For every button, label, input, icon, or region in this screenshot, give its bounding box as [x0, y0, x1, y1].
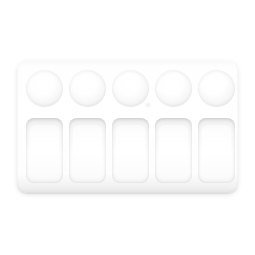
rect-well-1 — [26, 118, 63, 183]
round-well-5 — [198, 70, 235, 107]
palette-tray — [17, 60, 238, 193]
product-photo — [0, 0, 255, 255]
round-well-1 — [26, 70, 63, 107]
round-well-4 — [155, 70, 192, 107]
wells-grid — [17, 60, 238, 193]
mold-mark — [144, 102, 152, 108]
round-well-2 — [69, 70, 106, 107]
round-well-3 — [112, 70, 149, 107]
rect-well-5 — [198, 118, 235, 183]
rect-well-2 — [69, 118, 106, 183]
rect-well-3 — [112, 118, 149, 183]
rect-well-4 — [155, 118, 192, 183]
